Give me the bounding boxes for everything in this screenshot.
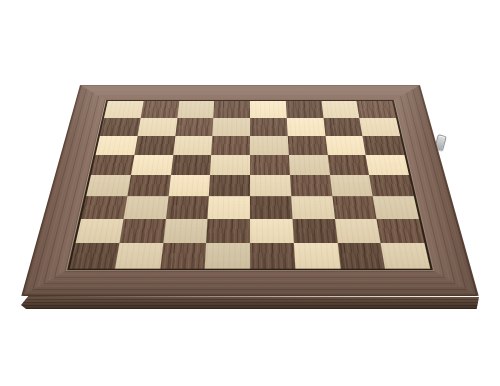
square-h1[interactable] xyxy=(381,243,430,269)
square-h8[interactable] xyxy=(357,101,396,118)
square-c1[interactable] xyxy=(160,243,207,269)
square-f8[interactable] xyxy=(286,101,323,118)
square-h4[interactable] xyxy=(369,175,414,196)
square-c4[interactable] xyxy=(168,175,210,196)
square-e6[interactable] xyxy=(250,136,289,155)
square-f3[interactable] xyxy=(291,196,335,219)
square-c8[interactable] xyxy=(177,101,214,118)
square-g4[interactable] xyxy=(330,175,373,196)
square-a5[interactable] xyxy=(91,155,134,175)
square-a2[interactable] xyxy=(76,219,124,243)
square-b1[interactable] xyxy=(115,243,163,269)
square-a6[interactable] xyxy=(96,136,138,155)
square-f4[interactable] xyxy=(290,175,332,196)
square-e2[interactable] xyxy=(250,219,294,243)
square-h5[interactable] xyxy=(366,155,409,175)
square-a7[interactable] xyxy=(100,118,141,136)
square-d2[interactable] xyxy=(206,219,250,243)
square-b8[interactable] xyxy=(140,101,178,118)
square-b7[interactable] xyxy=(137,118,177,136)
square-e3[interactable] xyxy=(250,196,292,219)
board-frame-bottom xyxy=(21,270,478,296)
square-b6[interactable] xyxy=(134,136,175,155)
square-d7[interactable] xyxy=(212,118,250,136)
square-e4[interactable] xyxy=(250,175,291,196)
square-h2[interactable] xyxy=(377,219,425,243)
square-g8[interactable] xyxy=(321,101,359,118)
square-b5[interactable] xyxy=(131,155,173,175)
square-g7[interactable] xyxy=(323,118,363,136)
square-a8[interactable] xyxy=(104,101,143,118)
square-a4[interactable] xyxy=(86,175,131,196)
square-f1[interactable] xyxy=(294,243,341,269)
square-c5[interactable] xyxy=(171,155,212,175)
square-c3[interactable] xyxy=(166,196,210,219)
square-e1[interactable] xyxy=(250,243,295,269)
square-d4[interactable] xyxy=(209,175,250,196)
board-frame-top xyxy=(76,85,424,100)
square-f6[interactable] xyxy=(288,136,328,155)
square-c2[interactable] xyxy=(163,219,208,243)
product-photo-background xyxy=(0,0,500,386)
square-d1[interactable] xyxy=(205,243,250,269)
square-f7[interactable] xyxy=(287,118,326,136)
square-e8[interactable] xyxy=(250,101,287,118)
board-playing-area xyxy=(67,100,433,270)
square-h6[interactable] xyxy=(363,136,405,155)
square-d8[interactable] xyxy=(213,101,250,118)
square-g6[interactable] xyxy=(325,136,366,155)
board-front-edge xyxy=(21,296,479,309)
square-e7[interactable] xyxy=(250,118,288,136)
square-g1[interactable] xyxy=(337,243,385,269)
square-g5[interactable] xyxy=(327,155,369,175)
square-g2[interactable] xyxy=(334,219,380,243)
square-f2[interactable] xyxy=(292,219,337,243)
square-b3[interactable] xyxy=(123,196,168,219)
square-h7[interactable] xyxy=(360,118,401,136)
square-d3[interactable] xyxy=(208,196,250,219)
chessboard xyxy=(21,85,478,296)
square-e5[interactable] xyxy=(250,155,290,175)
board-grid xyxy=(70,101,431,269)
square-d5[interactable] xyxy=(210,155,250,175)
square-b4[interactable] xyxy=(127,175,170,196)
square-c6[interactable] xyxy=(173,136,213,155)
square-a1[interactable] xyxy=(70,243,119,269)
square-f5[interactable] xyxy=(289,155,330,175)
square-b2[interactable] xyxy=(119,219,165,243)
square-d6[interactable] xyxy=(211,136,250,155)
square-h3[interactable] xyxy=(373,196,419,219)
square-c7[interactable] xyxy=(175,118,214,136)
square-a3[interactable] xyxy=(81,196,127,219)
square-g3[interactable] xyxy=(332,196,377,219)
